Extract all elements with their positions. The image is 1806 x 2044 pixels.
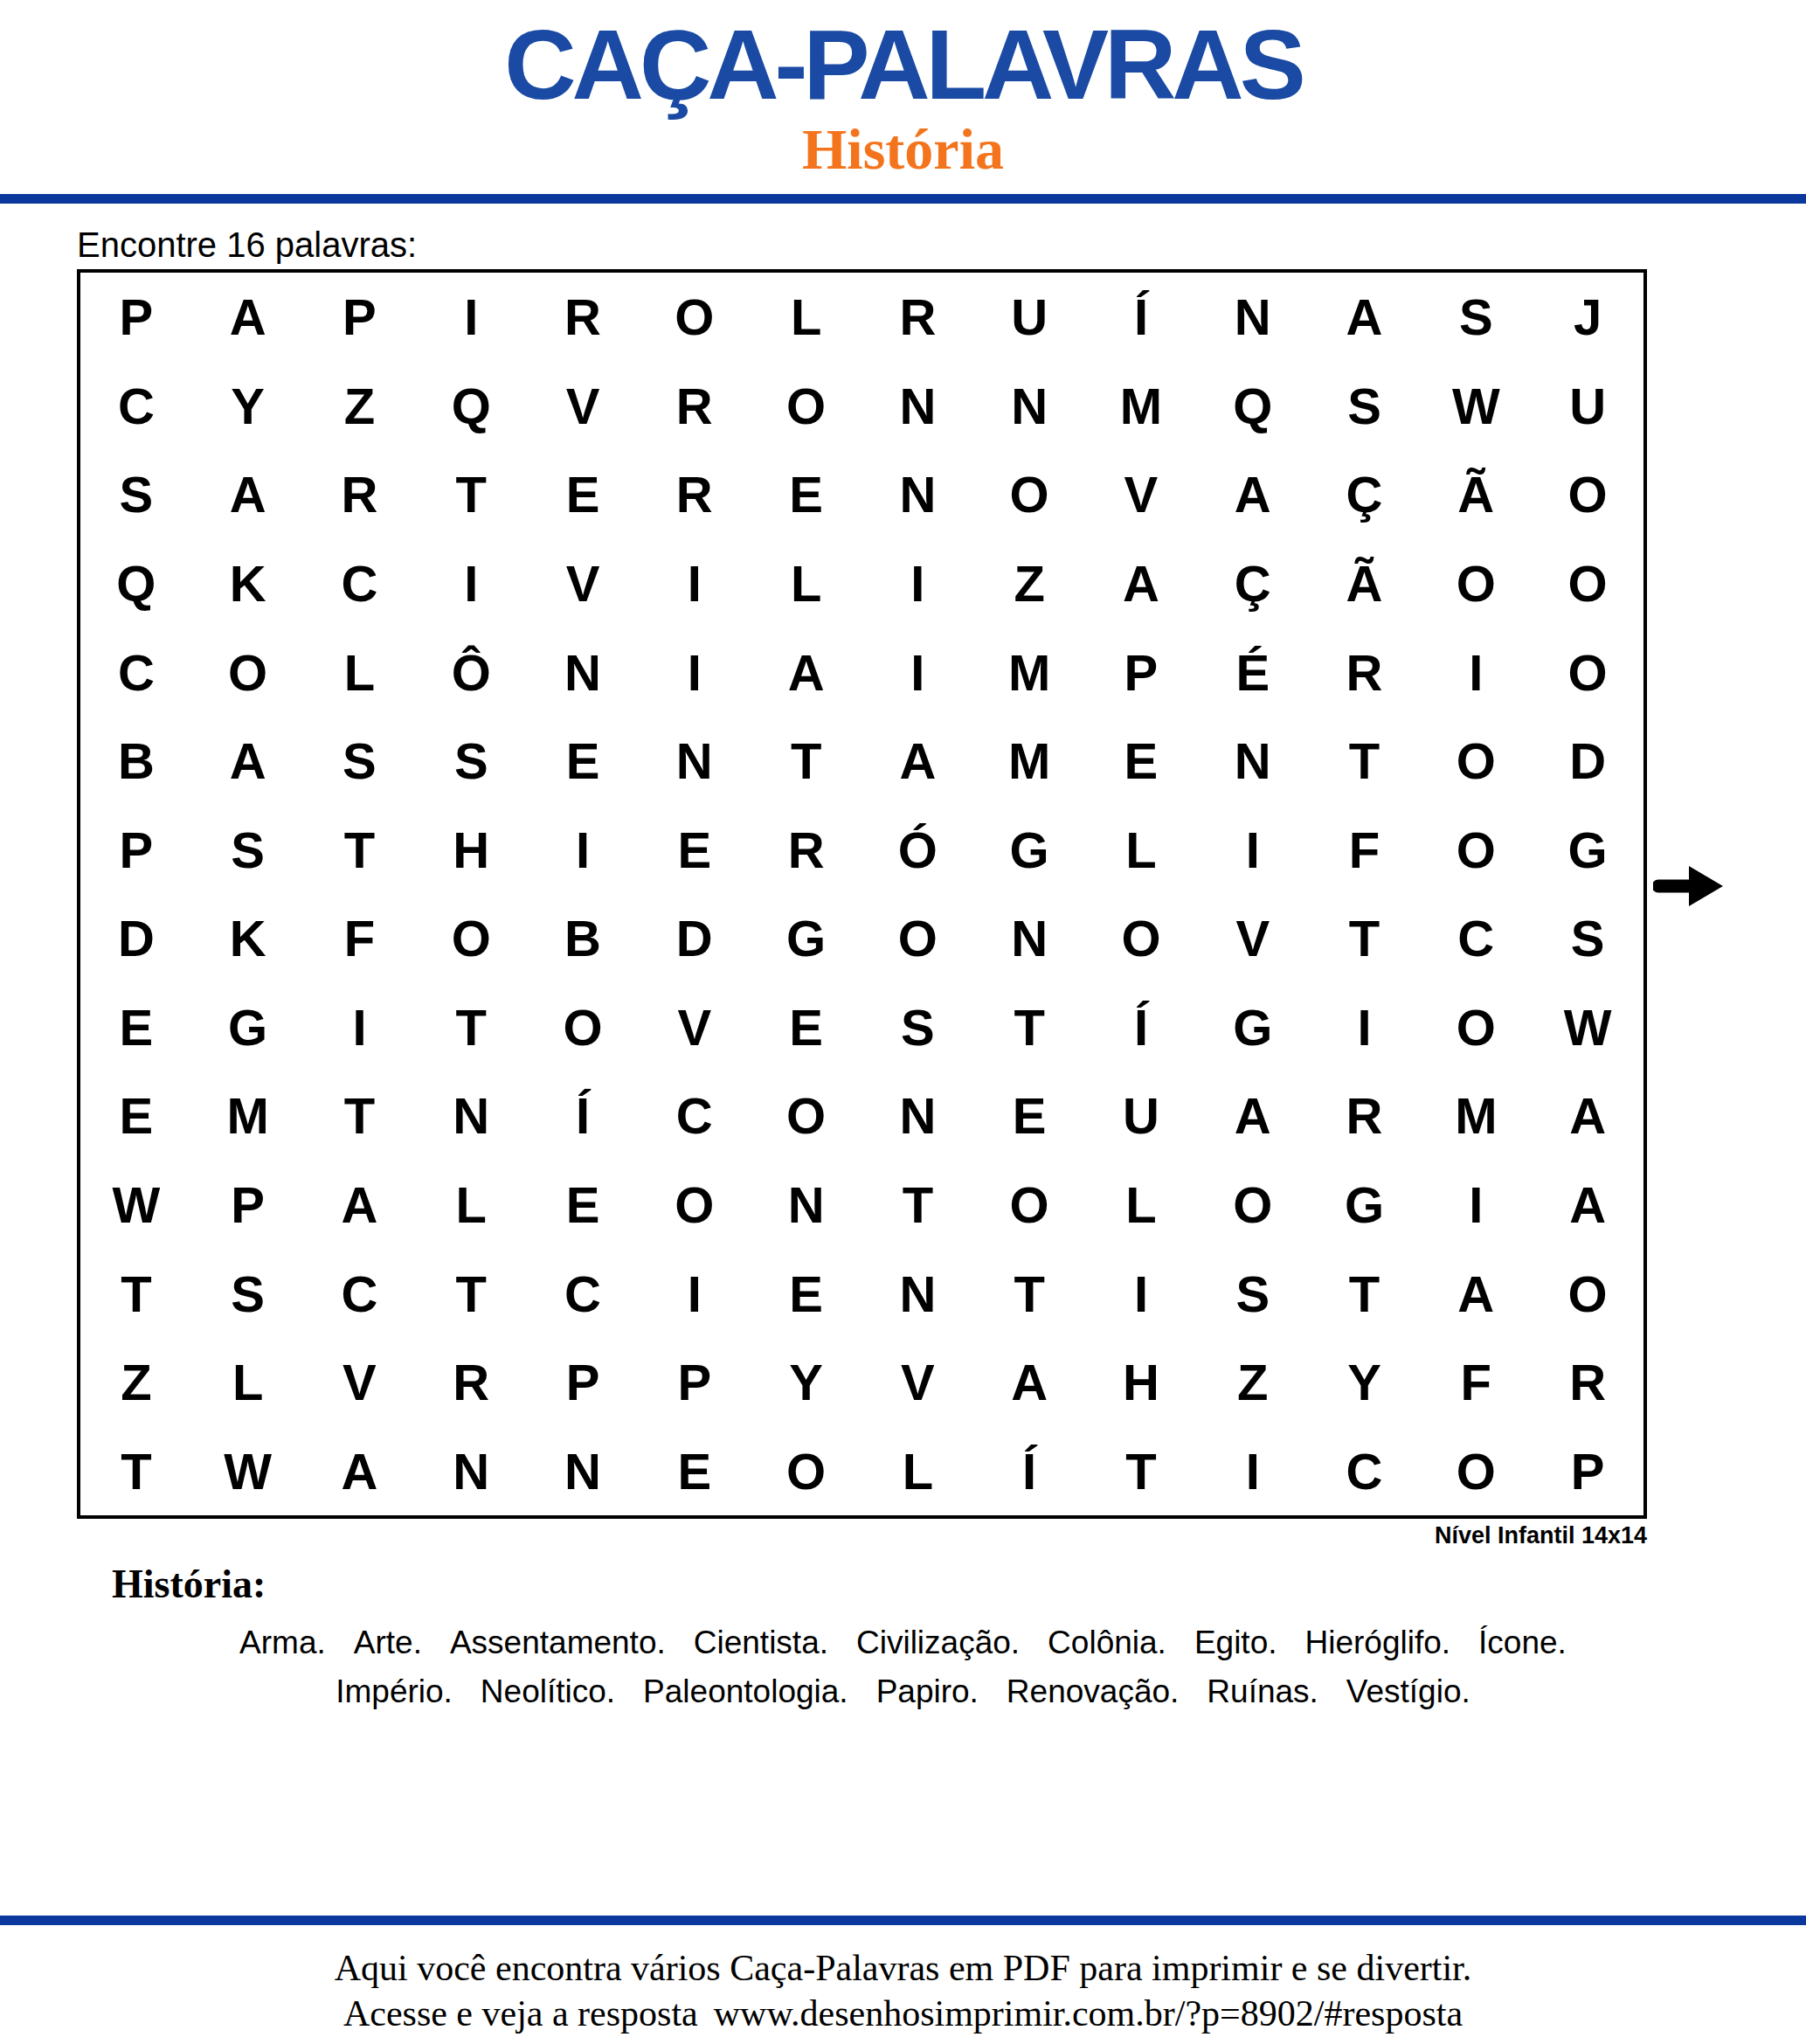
grid-cell-r11c2[interactable]: P <box>192 1161 304 1250</box>
grid-cell-r10c2[interactable]: M <box>192 1071 304 1161</box>
grid-cell-r1c9[interactable]: U <box>973 273 1085 362</box>
grid-cell-r2c12[interactable]: S <box>1309 362 1421 451</box>
word-list-item: Civilização. <box>856 1624 1020 1662</box>
grid-cell-r2c10[interactable]: M <box>1085 362 1197 451</box>
grid-cell-r2c5[interactable]: V <box>527 362 639 451</box>
grid-cell-r5c5[interactable]: N <box>527 627 639 717</box>
grid-cell-r12c5[interactable]: C <box>527 1249 639 1338</box>
grid-cell-r12c9[interactable]: T <box>973 1249 1085 1338</box>
word-list-item: Papiro. <box>876 1673 979 1711</box>
grid-cell-r1c7[interactable]: L <box>751 273 862 362</box>
grid-cell-r6c14[interactable]: D <box>1532 717 1643 806</box>
grid-cell-r3c12[interactable]: Ç <box>1309 450 1421 539</box>
grid-cell-r7c11[interactable]: I <box>1197 805 1309 894</box>
grid-cell-r8c3[interactable]: F <box>304 894 416 983</box>
grid-cell-r5c10[interactable]: P <box>1085 627 1197 717</box>
grid-cell-r8c11[interactable]: V <box>1197 894 1309 983</box>
word-list-item: Paleontologia. <box>643 1673 848 1711</box>
grid-cell-r11c13[interactable]: I <box>1420 1161 1532 1250</box>
grid-cell-r12c4[interactable]: T <box>415 1249 527 1338</box>
grid-cell-r8c6[interactable]: D <box>639 894 751 983</box>
grid-cell-r5c14[interactable]: O <box>1532 627 1643 717</box>
level-label: Nível Infantil 14x14 <box>77 1522 1647 1549</box>
grid-cell-r11c5[interactable]: E <box>527 1161 639 1250</box>
grid-cell-r14c3[interactable]: A <box>304 1426 416 1515</box>
grid-cell-r5c7[interactable]: A <box>751 627 862 717</box>
grid-cell-r14c8[interactable]: L <box>861 1426 973 1515</box>
grid-cell-r10c12[interactable]: R <box>1309 1071 1421 1161</box>
grid-cell-r6c2[interactable]: A <box>192 717 304 806</box>
grid-cell-r7c9[interactable]: G <box>973 805 1085 894</box>
footer: Aqui você encontra vários Caça-Palavras … <box>0 1945 1806 2036</box>
grid-cell-r9c8[interactable]: S <box>861 983 973 1072</box>
grid-cell-r7c4[interactable]: H <box>415 805 527 894</box>
grid-cell-r4c13[interactable]: O <box>1420 539 1532 628</box>
grid-cell-r5c1[interactable]: C <box>80 627 192 717</box>
grid-cell-r11c4[interactable]: L <box>415 1161 527 1250</box>
grid-cell-r11c11[interactable]: O <box>1197 1161 1309 1250</box>
grid-cell-r12c14[interactable]: O <box>1532 1249 1643 1338</box>
word-list-heading: História: <box>112 1561 266 1607</box>
grid-cell-r2c3[interactable]: Z <box>304 362 416 451</box>
word-list-item: Ruínas. <box>1207 1673 1318 1711</box>
grid-cell-r10c1[interactable]: E <box>80 1071 192 1161</box>
grid-cell-r14c13[interactable]: O <box>1420 1426 1532 1515</box>
grid-cell-r8c13[interactable]: C <box>1420 894 1532 983</box>
grid-cell-r6c6[interactable]: N <box>639 717 751 806</box>
grid-cell-r8c8[interactable]: O <box>861 894 973 983</box>
grid-cell-r2c2[interactable]: Y <box>192 362 304 451</box>
grid-cell-r11c9[interactable]: O <box>973 1161 1085 1250</box>
grid-cell-r4c9[interactable]: Z <box>973 539 1085 628</box>
word-list-item: Ícone. <box>1478 1624 1567 1662</box>
grid-cell-r6c1[interactable]: B <box>80 717 192 806</box>
footer-line-2: Acesse e veja a respostawww.desenhosimpr… <box>0 1991 1806 2036</box>
top-divider-rule <box>0 194 1806 204</box>
grid-cell-r5c3[interactable]: L <box>304 627 416 717</box>
word-list-item: Arte. <box>354 1624 422 1662</box>
word-search-grid[interactable]: PAPIROLRUÍNASJCYZQVRONNMQSWUSARTERENOVAÇ… <box>77 269 1647 1519</box>
word-list-line-1: Arma.Arte.Assentamento.Cientista.Civiliz… <box>0 1624 1806 1662</box>
grid-cell-r8c14[interactable]: S <box>1532 894 1643 983</box>
grid-cell-r3c1[interactable]: S <box>80 450 192 539</box>
grid-cell-r14c1[interactable]: T <box>80 1426 192 1515</box>
grid-cell-r4c12[interactable]: Ã <box>1309 539 1421 628</box>
grid-cell-r2c8[interactable]: N <box>861 362 973 451</box>
grid-cell-r3c5[interactable]: E <box>527 450 639 539</box>
footer-line-1: Aqui você encontra vários Caça-Palavras … <box>0 1945 1806 1991</box>
grid-cell-r7c10[interactable]: L <box>1085 805 1197 894</box>
grid-cell-r12c1[interactable]: T <box>80 1249 192 1338</box>
grid-cell-r11c6[interactable]: O <box>639 1161 751 1250</box>
grid-cell-r6c8[interactable]: A <box>861 717 973 806</box>
grid-cell-r10c8[interactable]: N <box>861 1071 973 1161</box>
word-list-item: Império. <box>336 1673 453 1711</box>
grid-cell-r4c6[interactable]: I <box>639 539 751 628</box>
grid-cell-r5c12[interactable]: R <box>1309 627 1421 717</box>
instruction-label: Encontre 16 palavras: <box>77 225 417 264</box>
grid-cell-r13c13[interactable]: F <box>1420 1338 1532 1427</box>
grid-cell-r7c5[interactable]: I <box>527 805 639 894</box>
grid-cell-r12c2[interactable]: S <box>192 1249 304 1338</box>
grid-cell-r14c11[interactable]: I <box>1197 1426 1309 1515</box>
grid-cell-r4c14[interactable]: O <box>1532 539 1643 628</box>
grid-cell-r2c9[interactable]: N <box>973 362 1085 451</box>
right-arrow-icon <box>1653 863 1726 912</box>
grid-cell-r13c11[interactable]: Z <box>1197 1338 1309 1427</box>
grid-cell-r4c5[interactable]: V <box>527 539 639 628</box>
grid-cell-r3c9[interactable]: O <box>973 450 1085 539</box>
grid-cell-r8c7[interactable]: G <box>751 894 862 983</box>
grid-cell-r1c3[interactable]: P <box>304 273 416 362</box>
grid-cell-r6c11[interactable]: N <box>1197 717 1309 806</box>
grid-cell-r13c10[interactable]: H <box>1085 1338 1197 1427</box>
grid-cell-r7c2[interactable]: S <box>192 805 304 894</box>
grid-cell-r9c10[interactable]: Í <box>1085 983 1197 1072</box>
grid-cell-r6c4[interactable]: S <box>415 717 527 806</box>
grid-cell-r5c4[interactable]: Ô <box>415 627 527 717</box>
word-list-item: Egito. <box>1194 1624 1277 1662</box>
grid-cell-r10c5[interactable]: Í <box>527 1071 639 1161</box>
grid-cell-r8c2[interactable]: K <box>192 894 304 983</box>
grid-cell-r7c8[interactable]: Ó <box>861 805 973 894</box>
grid-cell-r9c12[interactable]: I <box>1309 983 1421 1072</box>
grid-cell-r13c3[interactable]: V <box>304 1338 416 1427</box>
grid-cell-r10c7[interactable]: O <box>751 1071 862 1161</box>
grid-cell-r2c14[interactable]: U <box>1532 362 1643 451</box>
grid-cell-r14c12[interactable]: C <box>1309 1426 1421 1515</box>
grid-cell-r7c7[interactable]: R <box>751 805 862 894</box>
grid-cell-r9c5[interactable]: O <box>527 983 639 1072</box>
grid-cell-r12c3[interactable]: C <box>304 1249 416 1338</box>
grid-cell-r5c6[interactable]: I <box>639 627 751 717</box>
grid-cell-r4c2[interactable]: K <box>192 539 304 628</box>
grid-cell-r6c12[interactable]: T <box>1309 717 1421 806</box>
grid-cell-r11c10[interactable]: L <box>1085 1161 1197 1250</box>
word-list-item: Renovação. <box>1007 1673 1179 1711</box>
grid-cell-r13c6[interactable]: P <box>639 1338 751 1427</box>
grid-cell-r10c13[interactable]: M <box>1420 1071 1532 1161</box>
word-list-line-2: Império.Neolítico.Paleontologia.Papiro.R… <box>0 1673 1806 1711</box>
grid-cell-r9c6[interactable]: V <box>639 983 751 1072</box>
grid-cell-r3c4[interactable]: T <box>415 450 527 539</box>
grid-cell-r6c9[interactable]: M <box>973 717 1085 806</box>
grid-cell-r10c10[interactable]: U <box>1085 1071 1197 1161</box>
grid-cell-r3c3[interactable]: R <box>304 450 416 539</box>
bottom-divider-rule <box>0 1916 1806 1925</box>
grid-cell-r2c11[interactable]: Q <box>1197 362 1309 451</box>
grid-cell-r14c10[interactable]: T <box>1085 1426 1197 1515</box>
grid-cell-r13c5[interactable]: P <box>527 1338 639 1427</box>
grid-cell-r1c1[interactable]: P <box>80 273 192 362</box>
grid-cell-r3c6[interactable]: R <box>639 450 751 539</box>
grid-cell-r1c10[interactable]: Í <box>1085 273 1197 362</box>
grid-cell-r12c6[interactable]: I <box>639 1249 751 1338</box>
grid-cell-r5c13[interactable]: I <box>1420 627 1532 717</box>
grid-cell-r8c10[interactable]: O <box>1085 894 1197 983</box>
grid-cell-r5c9[interactable]: M <box>973 627 1085 717</box>
grid-cell-r11c12[interactable]: G <box>1309 1161 1421 1250</box>
grid-cell-r4c8[interactable]: I <box>861 539 973 628</box>
grid-cell-r3c10[interactable]: V <box>1085 450 1197 539</box>
grid-cell-r9c13[interactable]: O <box>1420 983 1532 1072</box>
grid-cell-r2c4[interactable]: Q <box>415 362 527 451</box>
grid-cell-r8c4[interactable]: O <box>415 894 527 983</box>
grid-cell-r9c1[interactable]: E <box>80 983 192 1072</box>
grid-cell-r10c9[interactable]: E <box>973 1071 1085 1161</box>
word-list-item: Vestígio. <box>1346 1673 1470 1711</box>
grid-cell-r7c12[interactable]: F <box>1309 805 1421 894</box>
grid-cell-r1c12[interactable]: A <box>1309 273 1421 362</box>
grid-cell-r13c4[interactable]: R <box>415 1338 527 1427</box>
grid-cell-r8c1[interactable]: D <box>80 894 192 983</box>
grid-cell-r13c8[interactable]: V <box>861 1338 973 1427</box>
grid-cell-r4c1[interactable]: Q <box>80 539 192 628</box>
grid-cell-r14c5[interactable]: N <box>527 1426 639 1515</box>
grid-cell-r14c6[interactable]: E <box>639 1426 751 1515</box>
grid-cell-r6c10[interactable]: E <box>1085 717 1197 806</box>
grid-cell-r2c6[interactable]: R <box>639 362 751 451</box>
grid-cell-r7c14[interactable]: G <box>1532 805 1643 894</box>
grid-cell-r5c11[interactable]: É <box>1197 627 1309 717</box>
grid-cell-r12c8[interactable]: N <box>861 1249 973 1338</box>
grid-cell-r14c2[interactable]: W <box>192 1426 304 1515</box>
grid-cell-r14c7[interactable]: O <box>751 1426 862 1515</box>
grid-cell-r9c4[interactable]: T <box>415 983 527 1072</box>
grid-cell-r6c3[interactable]: S <box>304 717 416 806</box>
page-title: CAÇA-PALAVRAS <box>0 12 1806 117</box>
grid-cell-r1c13[interactable]: S <box>1420 273 1532 362</box>
grid-cell-r3c7[interactable]: E <box>751 450 862 539</box>
grid-cell-r9c14[interactable]: W <box>1532 983 1643 1072</box>
grid-cell-r6c7[interactable]: T <box>751 717 862 806</box>
grid-cell-r7c6[interactable]: E <box>639 805 751 894</box>
grid-cell-r9c7[interactable]: E <box>751 983 862 1072</box>
grid-cell-r10c4[interactable]: N <box>415 1071 527 1161</box>
grid-cell-r13c9[interactable]: A <box>973 1338 1085 1427</box>
grid-cell-r10c6[interactable]: C <box>639 1071 751 1161</box>
grid-cell-r6c5[interactable]: E <box>527 717 639 806</box>
grid-cell-r13c12[interactable]: Y <box>1309 1338 1421 1427</box>
grid-cell-r8c9[interactable]: N <box>973 894 1085 983</box>
grid-cell-r10c3[interactable]: T <box>304 1071 416 1161</box>
grid-cell-r1c14[interactable]: J <box>1532 273 1643 362</box>
grid-cell-r5c2[interactable]: O <box>192 627 304 717</box>
grid-cell-r3c13[interactable]: Ã <box>1420 450 1532 539</box>
grid-cell-r2c13[interactable]: W <box>1420 362 1532 451</box>
grid-cell-r14c4[interactable]: N <box>415 1426 527 1515</box>
grid-cell-r7c13[interactable]: O <box>1420 805 1532 894</box>
grid-cell-r6c13[interactable]: O <box>1420 717 1532 806</box>
grid-cell-r12c10[interactable]: I <box>1085 1249 1197 1338</box>
word-list-item: Hieróglifo. <box>1305 1624 1451 1662</box>
word-list-item: Assentamento. <box>450 1624 666 1662</box>
grid-cell-r9c9[interactable]: T <box>973 983 1085 1072</box>
grid-cell-r7c1[interactable]: P <box>80 805 192 894</box>
grid-cell-r9c3[interactable]: I <box>304 983 416 1072</box>
grid-cell-r12c7[interactable]: E <box>751 1249 862 1338</box>
grid-cell-r4c3[interactable]: C <box>304 539 416 628</box>
grid-cell-r13c1[interactable]: Z <box>80 1338 192 1427</box>
grid-cell-r11c7[interactable]: N <box>751 1161 862 1250</box>
word-list-item: Cientista. <box>694 1624 828 1662</box>
grid-cell-r9c11[interactable]: G <box>1197 983 1309 1072</box>
grid-cell-r13c2[interactable]: L <box>192 1338 304 1427</box>
grid-cell-r2c1[interactable]: C <box>80 362 192 451</box>
word-list-item: Neolítico. <box>481 1673 615 1711</box>
grid-cell-r1c5[interactable]: R <box>527 273 639 362</box>
worksheet-page: CAÇA-PALAVRAS História Encontre 16 palav… <box>0 0 1806 2044</box>
grid-cell-r14c9[interactable]: Í <box>973 1426 1085 1515</box>
grid-cell-r11c8[interactable]: T <box>861 1161 973 1250</box>
grid-cell-r12c11[interactable]: S <box>1197 1249 1309 1338</box>
grid-cell-r2c7[interactable]: O <box>751 362 862 451</box>
grid-cell-r11c3[interactable]: A <box>304 1161 416 1250</box>
grid-cell-r4c10[interactable]: A <box>1085 539 1197 628</box>
grid-cell-r10c14[interactable]: A <box>1532 1071 1643 1161</box>
grid-cell-r3c11[interactable]: A <box>1197 450 1309 539</box>
grid-cell-r1c4[interactable]: I <box>415 273 527 362</box>
grid-cell-r5c8[interactable]: I <box>861 627 973 717</box>
grid-cell-r1c11[interactable]: N <box>1197 273 1309 362</box>
word-list-item: Colônia. <box>1048 1624 1166 1662</box>
grid-cell-r13c7[interactable]: Y <box>751 1338 862 1427</box>
grid-cell-r13c14[interactable]: R <box>1532 1338 1643 1427</box>
grid-cell-r14c14[interactable]: P <box>1532 1426 1643 1515</box>
word-list-item: Arma. <box>239 1624 326 1662</box>
grid-cell-r11c1[interactable]: W <box>80 1161 192 1250</box>
grid-cell-r9c2[interactable]: G <box>192 983 304 1072</box>
footer-answer-prefix: Acesse e veja a resposta <box>343 1993 698 2034</box>
grid-cell-r1c8[interactable]: R <box>861 273 973 362</box>
grid-cell-r4c7[interactable]: L <box>751 539 862 628</box>
grid-cell-r8c5[interactable]: B <box>527 894 639 983</box>
grid-cell-r12c13[interactable]: A <box>1420 1249 1532 1338</box>
grid-cell-r3c2[interactable]: A <box>192 450 304 539</box>
grid-cell-r3c14[interactable]: O <box>1532 450 1643 539</box>
grid-cell-r4c11[interactable]: Ç <box>1197 539 1309 628</box>
grid-cell-r4c4[interactable]: I <box>415 539 527 628</box>
grid-cell-r10c11[interactable]: A <box>1197 1071 1309 1161</box>
grid-cell-r3c8[interactable]: N <box>861 450 973 539</box>
grid-cell-r1c2[interactable]: A <box>192 273 304 362</box>
answer-url[interactable]: www.desenhosimprimir.com.br/?p=8902/#res… <box>714 1993 1463 2034</box>
grid-cell-r7c3[interactable]: T <box>304 805 416 894</box>
page-subtitle: História <box>0 121 1806 178</box>
grid-cell-r1c6[interactable]: O <box>639 273 751 362</box>
grid-cell-r8c12[interactable]: T <box>1309 894 1421 983</box>
grid-cell-r11c14[interactable]: A <box>1532 1161 1643 1250</box>
grid-cell-r12c12[interactable]: T <box>1309 1249 1421 1338</box>
